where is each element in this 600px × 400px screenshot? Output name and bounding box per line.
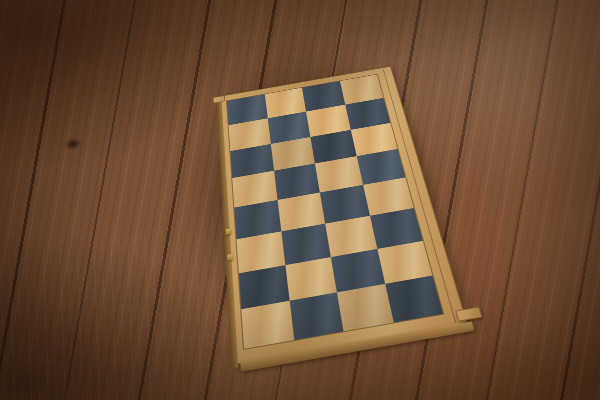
table-surface [0,0,600,400]
wood-knot [63,136,83,151]
frame-rail-extension [455,306,482,321]
hinge-icon [226,228,231,235]
square-r8c4 [385,276,443,323]
hinge-icon [227,254,233,261]
square-r8c3 [337,284,393,331]
folding-chessboard [220,66,468,365]
frame-rail-tab [213,95,225,103]
square-r8c1 [241,301,293,349]
square-r8c2 [289,293,343,341]
